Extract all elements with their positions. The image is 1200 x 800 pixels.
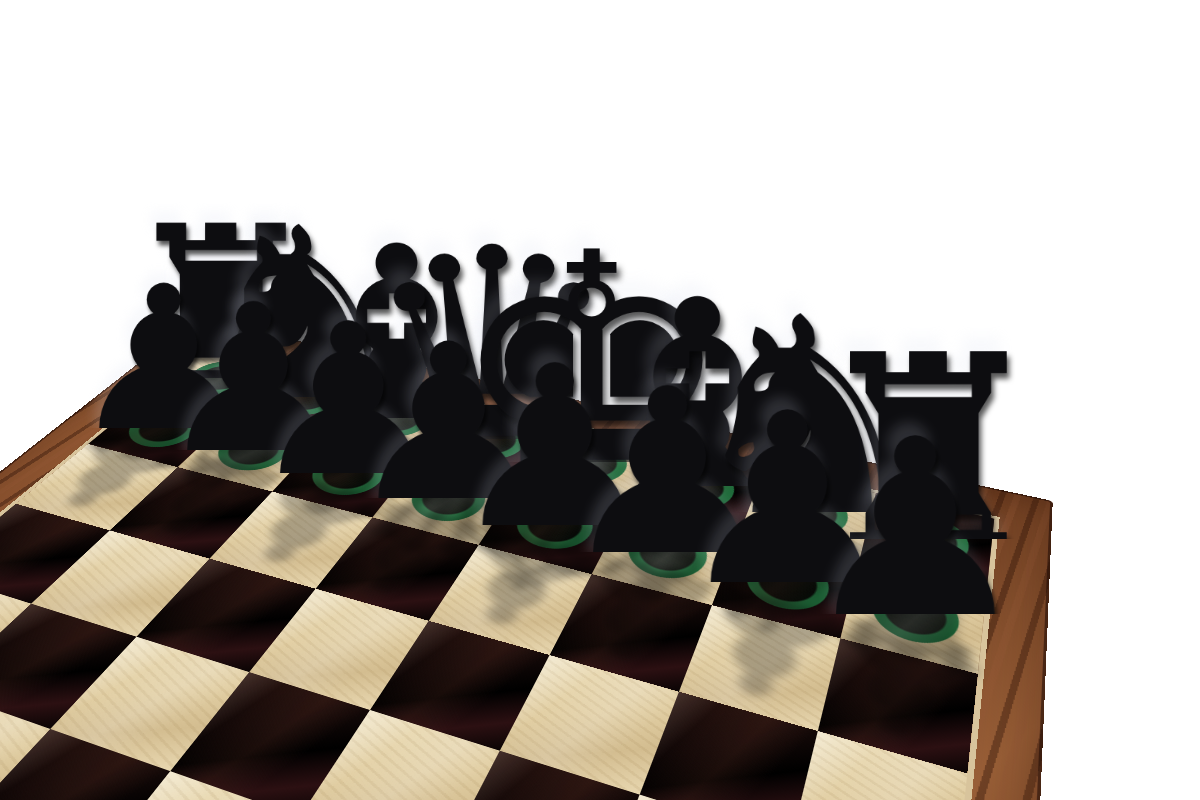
chess-board: ♜♞♝♛♚♝♞♜♟♟♟♟♟♟♟♟ ♜♞♝♛♚♝♞♜♟♟♟♟♟♟♟♟	[0, 319, 1053, 800]
black-rook-h8: ♜	[777, 134, 1081, 539]
black-king-e8: ♚	[452, 91, 730, 462]
felt-base	[296, 446, 398, 504]
felt-base	[202, 424, 304, 478]
felt-base	[259, 374, 353, 422]
black-queen-d8: ♛	[356, 78, 627, 439]
board-grid: ♜♞♝♛♚♝♞♜♟♟♟♟♟♟♟♟	[0, 346, 994, 800]
black-bishop-c8: ♝	[265, 66, 529, 418]
square-h7: ♟	[840, 560, 986, 674]
felt-base	[650, 458, 744, 517]
square-e4	[300, 710, 500, 800]
felt-base	[444, 414, 538, 467]
black-knight-g8: ♞	[662, 119, 957, 512]
felt-base	[174, 356, 268, 401]
felt-base	[762, 482, 855, 545]
felt-base	[864, 576, 964, 654]
square-f5	[500, 655, 679, 795]
square-h5	[791, 731, 968, 800]
felt-base	[544, 435, 638, 491]
black-knight-b8: ♞	[178, 55, 435, 398]
felt-base	[503, 493, 605, 558]
chess-set-photo: ♜♞♝♛♚♝♞♜♟♟♟♟♟♟♟♟ ♜♞♝♛♚♝♞♜♟♟♟♟♟♟♟♟	[0, 0, 1200, 800]
felt-base	[397, 469, 499, 530]
felt-base	[616, 519, 718, 588]
felt-base	[736, 547, 837, 620]
black-bishop-f8: ♝	[554, 105, 840, 487]
square-e5	[370, 621, 550, 751]
board-frame: ♜♞♝♛♚♝♞♜♟♟♟♟♟♟♟♟ ♜♞♝♛♚♝♞♜♟♟♟♟♟♟♟♟	[0, 319, 1053, 800]
black-rook-a8: ♜	[96, 44, 346, 378]
felt-base	[882, 507, 974, 574]
felt-base	[349, 393, 443, 443]
